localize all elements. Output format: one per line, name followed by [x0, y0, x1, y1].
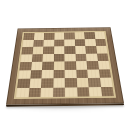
square-r6c5: [65, 69, 77, 78]
square-r7c5: [65, 78, 77, 87]
square-r4c2: [31, 54, 42, 62]
square-r7c6: [76, 78, 88, 87]
square-r3c1: [21, 47, 32, 55]
square-r4c5: [64, 54, 75, 62]
board-frame: [6, 27, 124, 104]
square-r5c8: [98, 61, 110, 69]
square-r8c4: [53, 87, 65, 97]
board-inner-border: [14, 31, 116, 99]
square-r2c6: [74, 39, 85, 46]
square-r3c6: [75, 46, 86, 53]
square-r1c5: [64, 32, 74, 39]
square-r4c3: [42, 54, 53, 62]
square-r6c1: [18, 70, 30, 79]
square-r6c4: [53, 70, 65, 79]
square-r5c4: [53, 61, 64, 69]
square-r3c4: [54, 46, 65, 54]
square-r6c2: [30, 70, 42, 79]
square-r8c2: [28, 88, 41, 98]
square-r5c3: [42, 62, 53, 70]
square-r4c8: [97, 53, 109, 61]
square-r3c8: [96, 46, 108, 53]
square-r3c5: [64, 46, 75, 54]
square-r6c8: [98, 69, 111, 78]
chessboard: [6, 27, 124, 104]
square-r4c6: [75, 53, 86, 61]
square-r7c8: [99, 78, 112, 87]
square-r7c7: [88, 78, 101, 87]
square-r5c6: [76, 61, 88, 69]
square-r7c1: [17, 79, 30, 88]
square-r7c4: [53, 78, 65, 87]
square-r4c4: [53, 54, 64, 62]
board-scene: [0, 0, 130, 130]
square-r8c1: [16, 88, 29, 98]
square-r7c3: [41, 78, 53, 87]
square-r4c1: [20, 54, 32, 62]
square-r6c6: [76, 69, 88, 78]
square-r3c2: [32, 47, 43, 55]
product-photo: [0, 0, 130, 130]
square-r5c2: [31, 62, 43, 70]
board-grid: [16, 32, 114, 97]
square-r5c5: [64, 61, 75, 69]
square-r8c7: [89, 87, 102, 97]
square-r6c3: [42, 70, 54, 79]
square-r3c3: [43, 46, 54, 54]
square-r8c5: [65, 87, 77, 97]
square-r7c2: [29, 78, 41, 87]
square-r5c1: [19, 62, 31, 70]
square-r8c8: [101, 87, 114, 97]
square-r1c7: [84, 32, 95, 39]
square-r8c6: [77, 87, 90, 97]
square-r6c7: [87, 69, 99, 78]
square-r8c3: [40, 87, 52, 97]
